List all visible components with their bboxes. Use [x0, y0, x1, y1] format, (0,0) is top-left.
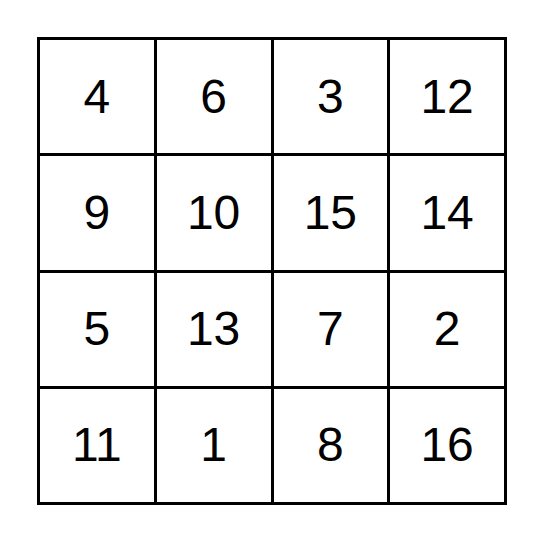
- cell-r3c1[interactable]: 5: [40, 273, 154, 386]
- cell-r3c4[interactable]: 2: [390, 273, 504, 386]
- puzzle-board: 4 6 3 12 9 10 15 14 5 13 7 2 11 1 8 16: [37, 37, 507, 505]
- cell-r1c1[interactable]: 4: [40, 40, 154, 153]
- cell-r2c3[interactable]: 15: [274, 156, 388, 269]
- cell-r2c4[interactable]: 14: [390, 156, 504, 269]
- cell-r4c2[interactable]: 1: [157, 389, 271, 502]
- cell-r4c4[interactable]: 16: [390, 389, 504, 502]
- cell-r1c2[interactable]: 6: [157, 40, 271, 153]
- cell-r3c3[interactable]: 7: [274, 273, 388, 386]
- cell-r2c2[interactable]: 10: [157, 156, 271, 269]
- cell-r1c3[interactable]: 3: [274, 40, 388, 153]
- cell-r3c2[interactable]: 13: [157, 273, 271, 386]
- cell-r4c3[interactable]: 8: [274, 389, 388, 502]
- cell-r4c1[interactable]: 11: [40, 389, 154, 502]
- cell-r1c4[interactable]: 12: [390, 40, 504, 153]
- cell-r2c1[interactable]: 9: [40, 156, 154, 269]
